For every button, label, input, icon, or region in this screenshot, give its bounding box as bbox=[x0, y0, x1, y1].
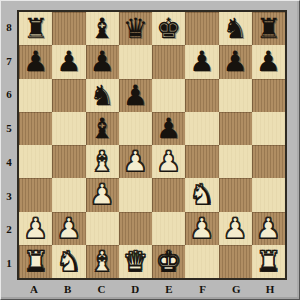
square-f3[interactable]: ♞ bbox=[185, 178, 218, 211]
square-c8[interactable]: ♝ bbox=[86, 12, 119, 45]
square-g6[interactable] bbox=[219, 79, 252, 112]
square-d1[interactable]: ♛ bbox=[119, 245, 152, 278]
piece-white-pawn[interactable]: ♟ bbox=[156, 145, 181, 178]
square-h2[interactable]: ♟ bbox=[252, 212, 285, 245]
square-a7[interactable]: ♟ bbox=[19, 45, 52, 78]
rank-label-6: 6 bbox=[1, 78, 17, 112]
piece-white-bishop[interactable]: ♝ bbox=[90, 145, 115, 178]
square-c1[interactable]: ♝ bbox=[86, 245, 119, 278]
piece-white-pawn[interactable]: ♟ bbox=[189, 212, 214, 245]
rank-label-4: 4 bbox=[1, 145, 17, 179]
piece-white-pawn[interactable]: ♟ bbox=[23, 212, 48, 245]
piece-black-pawn[interactable]: ♟ bbox=[23, 45, 48, 78]
piece-white-knight[interactable]: ♞ bbox=[56, 245, 81, 278]
square-b7[interactable]: ♟ bbox=[52, 45, 85, 78]
square-h1[interactable]: ♜ bbox=[252, 245, 285, 278]
square-c6[interactable]: ♞ bbox=[86, 79, 119, 112]
square-b8[interactable] bbox=[52, 12, 85, 45]
square-b2[interactable]: ♟ bbox=[52, 212, 85, 245]
square-d6[interactable]: ♟ bbox=[119, 79, 152, 112]
square-e4[interactable]: ♟ bbox=[152, 145, 185, 178]
piece-black-knight[interactable]: ♞ bbox=[90, 79, 115, 112]
square-e8[interactable]: ♚ bbox=[152, 12, 185, 45]
square-a8[interactable]: ♜ bbox=[19, 12, 52, 45]
rank-label-3: 3 bbox=[1, 179, 17, 213]
square-e7[interactable] bbox=[152, 45, 185, 78]
square-g1[interactable] bbox=[219, 245, 252, 278]
square-g7[interactable]: ♟ bbox=[219, 45, 252, 78]
piece-black-bishop[interactable]: ♝ bbox=[90, 12, 115, 45]
rank-labels: 8 7 6 5 4 3 2 1 bbox=[1, 10, 17, 280]
file-label-a: A bbox=[17, 280, 51, 298]
square-e1[interactable]: ♚ bbox=[152, 245, 185, 278]
square-e2[interactable] bbox=[152, 212, 185, 245]
piece-white-king[interactable]: ♚ bbox=[156, 245, 181, 278]
piece-white-rook[interactable]: ♜ bbox=[23, 245, 48, 278]
piece-black-queen[interactable]: ♛ bbox=[123, 12, 148, 45]
square-f7[interactable]: ♟ bbox=[185, 45, 218, 78]
chess-board[interactable]: ♜♝♛♚♞♜♟♟♟♟♟♟♞♟♝♟♝♟♟♟♞♟♟♟♟♟♜♞♝♛♚♜ bbox=[17, 10, 287, 280]
square-d4[interactable]: ♟ bbox=[119, 145, 152, 178]
rank-label-7: 7 bbox=[1, 44, 17, 78]
square-b5[interactable] bbox=[52, 112, 85, 145]
piece-white-queen[interactable]: ♛ bbox=[123, 245, 148, 278]
piece-white-rook[interactable]: ♜ bbox=[256, 245, 281, 278]
rank-label-8: 8 bbox=[1, 10, 17, 44]
piece-white-pawn[interactable]: ♟ bbox=[223, 212, 248, 245]
file-label-c: C bbox=[85, 280, 119, 298]
square-c2[interactable] bbox=[86, 212, 119, 245]
square-d7[interactable] bbox=[119, 45, 152, 78]
square-h5[interactable] bbox=[252, 112, 285, 145]
square-h3[interactable] bbox=[252, 178, 285, 211]
square-f1[interactable] bbox=[185, 245, 218, 278]
piece-black-rook[interactable]: ♜ bbox=[23, 12, 48, 45]
square-a4[interactable] bbox=[19, 145, 52, 178]
square-c4[interactable]: ♝ bbox=[86, 145, 119, 178]
square-c5[interactable]: ♝ bbox=[86, 112, 119, 145]
square-d2[interactable] bbox=[119, 212, 152, 245]
square-f5[interactable] bbox=[185, 112, 218, 145]
square-d3[interactable] bbox=[119, 178, 152, 211]
square-g3[interactable] bbox=[219, 178, 252, 211]
piece-black-king[interactable]: ♚ bbox=[156, 12, 181, 45]
square-g4[interactable] bbox=[219, 145, 252, 178]
piece-black-pawn[interactable]: ♟ bbox=[56, 45, 81, 78]
square-h8[interactable]: ♜ bbox=[252, 12, 285, 45]
piece-white-pawn[interactable]: ♟ bbox=[256, 212, 281, 245]
file-label-f: F bbox=[186, 280, 220, 298]
square-b3[interactable] bbox=[52, 178, 85, 211]
piece-black-rook[interactable]: ♜ bbox=[256, 12, 281, 45]
square-f6[interactable] bbox=[185, 79, 218, 112]
square-c7[interactable]: ♟ bbox=[86, 45, 119, 78]
file-label-e: E bbox=[152, 280, 186, 298]
square-h4[interactable] bbox=[252, 145, 285, 178]
square-a1[interactable]: ♜ bbox=[19, 245, 52, 278]
file-label-g: G bbox=[220, 280, 254, 298]
piece-black-pawn[interactable]: ♟ bbox=[256, 45, 281, 78]
square-f2[interactable]: ♟ bbox=[185, 212, 218, 245]
rank-label-2: 2 bbox=[1, 213, 17, 247]
file-labels: A B C D E F G H bbox=[17, 280, 287, 298]
square-b1[interactable]: ♞ bbox=[52, 245, 85, 278]
square-a6[interactable] bbox=[19, 79, 52, 112]
piece-white-pawn[interactable]: ♟ bbox=[123, 145, 148, 178]
square-d8[interactable]: ♛ bbox=[119, 12, 152, 45]
piece-black-pawn[interactable]: ♟ bbox=[223, 45, 248, 78]
piece-black-pawn[interactable]: ♟ bbox=[189, 45, 214, 78]
chess-window: 8 7 6 5 4 3 2 1 ♜♝♛♚♞♜♟♟♟♟♟♟♞♟♝♟♝♟♟♟♞♟♟♟… bbox=[0, 0, 300, 300]
piece-white-bishop[interactable]: ♝ bbox=[90, 245, 115, 278]
square-a3[interactable] bbox=[19, 178, 52, 211]
file-label-d: D bbox=[118, 280, 152, 298]
square-e3[interactable] bbox=[152, 178, 185, 211]
rank-label-5: 5 bbox=[1, 111, 17, 145]
piece-white-pawn[interactable]: ♟ bbox=[56, 212, 81, 245]
piece-black-pawn[interactable]: ♟ bbox=[90, 45, 115, 78]
piece-black-pawn[interactable]: ♟ bbox=[156, 112, 181, 145]
square-b6[interactable] bbox=[52, 79, 85, 112]
square-e6[interactable] bbox=[152, 79, 185, 112]
piece-white-pawn[interactable]: ♟ bbox=[90, 178, 115, 211]
file-label-b: B bbox=[51, 280, 85, 298]
piece-black-pawn[interactable]: ♟ bbox=[123, 79, 148, 112]
piece-white-knight[interactable]: ♞ bbox=[189, 178, 214, 211]
file-label-h: H bbox=[253, 280, 287, 298]
square-f8[interactable] bbox=[185, 12, 218, 45]
square-b4[interactable] bbox=[52, 145, 85, 178]
square-g5[interactable] bbox=[219, 112, 252, 145]
rank-label-1: 1 bbox=[1, 246, 17, 280]
square-g8[interactable]: ♞ bbox=[219, 12, 252, 45]
square-g2[interactable]: ♟ bbox=[219, 212, 252, 245]
square-f4[interactable] bbox=[185, 145, 218, 178]
square-h6[interactable] bbox=[252, 79, 285, 112]
square-d5[interactable] bbox=[119, 112, 152, 145]
square-h7[interactable]: ♟ bbox=[252, 45, 285, 78]
square-c3[interactable]: ♟ bbox=[86, 178, 119, 211]
piece-black-bishop[interactable]: ♝ bbox=[90, 112, 115, 145]
square-e5[interactable]: ♟ bbox=[152, 112, 185, 145]
square-a2[interactable]: ♟ bbox=[19, 212, 52, 245]
square-a5[interactable] bbox=[19, 112, 52, 145]
piece-black-knight[interactable]: ♞ bbox=[223, 12, 248, 45]
